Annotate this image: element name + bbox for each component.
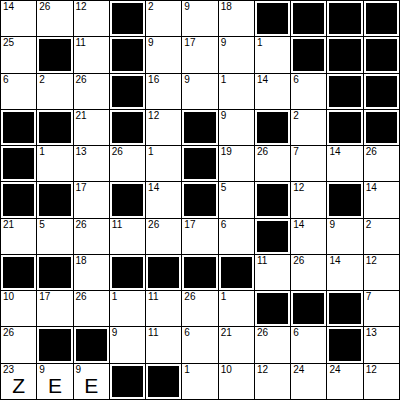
clue-number: 1 <box>221 291 227 303</box>
cell-r3c6[interactable]: 9 <box>182 74 217 109</box>
cell-r6c11[interactable]: 14 <box>364 182 399 217</box>
clue-number: 26 <box>39 1 50 13</box>
cell-r1c3[interactable]: 12 <box>74 1 109 36</box>
cell-r10c6[interactable]: 6 <box>182 327 217 362</box>
blocked-cell <box>112 112 143 143</box>
clue-number: 26 <box>293 255 304 267</box>
cell-r5c9[interactable]: 7 <box>291 146 326 181</box>
cell-r10c10 <box>327 327 362 362</box>
clue-number: 12 <box>366 255 377 267</box>
blocked-cell <box>112 257 143 288</box>
blocked-cell <box>366 39 397 70</box>
cell-r5c8[interactable]: 26 <box>255 146 290 181</box>
cell-r7c10[interactable]: 9 <box>327 219 362 254</box>
blocked-cell <box>76 329 107 360</box>
blocked-cell <box>329 184 360 215</box>
blocked-cell <box>329 293 360 324</box>
cell-r9c4[interactable]: 1 <box>110 291 145 326</box>
cell-r9c10 <box>327 291 362 326</box>
clue-number: 13 <box>366 327 377 339</box>
cell-r3c4 <box>110 74 145 109</box>
cell-r11c9[interactable]: 24 <box>291 364 326 399</box>
clue-number: 9 <box>329 219 335 231</box>
clue-number: 1 <box>184 364 190 376</box>
cell-r3c8[interactable]: 14 <box>255 74 290 109</box>
cell-r11c8[interactable]: 12 <box>255 364 290 399</box>
cell-r10c9[interactable]: 6 <box>291 327 326 362</box>
cell-r6c5[interactable]: 14 <box>146 182 181 217</box>
cell-r10c2 <box>37 327 72 362</box>
solved-letter: E <box>37 375 72 396</box>
blocked-cell <box>221 257 252 288</box>
cell-r5c4[interactable]: 26 <box>110 146 145 181</box>
cell-r4c10 <box>327 110 362 145</box>
cell-r4c4 <box>110 110 145 145</box>
cell-r10c1[interactable]: 26 <box>1 327 36 362</box>
blocked-cell <box>293 39 324 70</box>
clue-number: 1 <box>221 74 227 86</box>
clue-number: 12 <box>257 364 268 376</box>
clue-number: 11 <box>148 291 158 303</box>
blocked-cell <box>3 257 34 288</box>
blocked-cell <box>329 329 360 360</box>
cell-r5c1 <box>1 146 36 181</box>
cell-r7c8 <box>255 219 290 254</box>
blocked-cell <box>257 184 288 215</box>
blocked-cell <box>329 3 360 34</box>
cell-r10c8[interactable]: 26 <box>255 327 290 362</box>
cell-r8c9[interactable]: 26 <box>291 255 326 290</box>
cell-r9c5[interactable]: 11 <box>146 291 181 326</box>
blocked-cell <box>3 112 34 143</box>
clue-number: 14 <box>329 146 340 158</box>
cell-r11c6[interactable]: 1 <box>182 364 217 399</box>
cell-r8c10[interactable]: 14 <box>327 255 362 290</box>
clue-number: 26 <box>76 74 87 86</box>
cell-r3c9[interactable]: 6 <box>291 74 326 109</box>
cell-r4c11 <box>364 110 399 145</box>
blocked-cell <box>257 221 288 252</box>
blocked-cell <box>257 3 288 34</box>
cell-r8c4 <box>110 255 145 290</box>
clue-number: 12 <box>293 182 304 194</box>
cell-r9c6[interactable]: 26 <box>182 291 217 326</box>
clue-number: 14 <box>3 1 14 13</box>
cell-r6c6 <box>182 182 217 217</box>
clue-number: 1 <box>257 37 263 49</box>
cell-r9c7[interactable]: 1 <box>219 291 254 326</box>
cell-r6c9[interactable]: 12 <box>291 182 326 217</box>
clue-number: 21 <box>3 219 14 231</box>
blocked-cell <box>184 148 215 179</box>
cell-r7c3[interactable]: 26 <box>74 219 109 254</box>
cell-r4c8 <box>255 110 290 145</box>
cell-r2c7[interactable]: 9 <box>219 37 254 72</box>
clue-number: 9 <box>221 37 227 49</box>
clue-number: 24 <box>293 364 304 376</box>
clue-number: 9 <box>112 327 118 339</box>
blocked-cell <box>39 39 70 70</box>
blocked-cell <box>112 3 143 34</box>
cell-r4c6 <box>182 110 217 145</box>
clue-number: 14 <box>366 182 377 194</box>
cell-r5c11[interactable]: 26 <box>364 146 399 181</box>
clue-number: 18 <box>76 255 87 267</box>
blocked-cell <box>112 184 143 215</box>
blocked-cell <box>39 112 70 143</box>
cell-r2c2 <box>37 37 72 72</box>
cell-r1c8 <box>255 1 290 36</box>
blocked-cell <box>329 39 360 70</box>
solved-letter: E <box>74 375 109 396</box>
cell-r3c11 <box>364 74 399 109</box>
cell-r1c9 <box>291 1 326 36</box>
cell-r10c5[interactable]: 11 <box>146 327 181 362</box>
blocked-cell <box>257 293 288 324</box>
clue-number: 2 <box>39 74 45 86</box>
clue-number: 12 <box>76 1 87 13</box>
cell-r4c9[interactable]: 2 <box>291 110 326 145</box>
blocked-cell <box>148 366 179 397</box>
cell-r4c2 <box>37 110 72 145</box>
cell-r1c4 <box>110 1 145 36</box>
clue-number: 11 <box>257 255 267 267</box>
clue-number: 21 <box>76 110 87 122</box>
cell-r8c7 <box>219 255 254 290</box>
cell-r1c1[interactable]: 14 <box>1 1 36 36</box>
cell-r11c4 <box>110 364 145 399</box>
cell-r3c7[interactable]: 1 <box>219 74 254 109</box>
cell-r9c9 <box>291 291 326 326</box>
cell-r9c11[interactable]: 7 <box>364 291 399 326</box>
cell-r7c4[interactable]: 11 <box>110 219 145 254</box>
clue-number: 17 <box>39 291 50 303</box>
cell-r6c2 <box>37 182 72 217</box>
cell-r1c7[interactable]: 18 <box>219 1 254 36</box>
clue-number: 10 <box>221 364 232 376</box>
cell-r3c10 <box>327 74 362 109</box>
clue-number: 11 <box>148 327 158 339</box>
clue-number: 25 <box>3 37 14 49</box>
cell-r10c11[interactable]: 13 <box>364 327 399 362</box>
clue-number: 26 <box>366 146 377 158</box>
blocked-cell <box>366 3 397 34</box>
clue-number: 9 <box>148 37 154 49</box>
clue-number: 9 <box>39 364 45 376</box>
cell-r10c4[interactable]: 9 <box>110 327 145 362</box>
cell-r1c2[interactable]: 26 <box>37 1 72 36</box>
cell-r6c10 <box>327 182 362 217</box>
cell-r7c9[interactable]: 14 <box>291 219 326 254</box>
cell-r6c3[interactable]: 17 <box>74 182 109 217</box>
cell-r11c1[interactable]: 23Z <box>1 364 36 399</box>
cell-r6c7[interactable]: 5 <box>219 182 254 217</box>
clue-number: 26 <box>76 291 87 303</box>
cell-r2c5[interactable]: 9 <box>146 37 181 72</box>
clue-number: 2 <box>366 219 372 231</box>
clue-number: 24 <box>329 364 340 376</box>
cell-r1c6[interactable]: 9 <box>182 1 217 36</box>
clue-number: 6 <box>293 327 299 339</box>
cell-r8c1 <box>1 255 36 290</box>
cell-r5c10[interactable]: 14 <box>327 146 362 181</box>
clue-number: 1 <box>39 146 45 158</box>
blocked-cell <box>184 184 215 215</box>
cell-r2c11 <box>364 37 399 72</box>
blocked-cell <box>329 112 360 143</box>
cell-r1c11 <box>364 1 399 36</box>
clue-number: 11 <box>76 37 86 49</box>
cell-r4c1 <box>1 110 36 145</box>
clue-number: 19 <box>221 146 232 158</box>
blocked-cell <box>112 39 143 70</box>
cell-r4c3[interactable]: 21 <box>74 110 109 145</box>
cell-r4c7[interactable]: 9 <box>219 110 254 145</box>
cell-r4c5[interactable]: 12 <box>146 110 181 145</box>
blocked-cell <box>3 184 34 215</box>
clue-number: 21 <box>221 327 232 339</box>
cell-r10c3 <box>74 327 109 362</box>
cell-r5c7[interactable]: 19 <box>219 146 254 181</box>
cell-r8c6 <box>182 255 217 290</box>
clue-number: 17 <box>76 182 87 194</box>
cell-r6c4 <box>110 182 145 217</box>
cell-r1c10 <box>327 1 362 36</box>
cell-r11c3[interactable]: 9E <box>74 364 109 399</box>
blocked-cell <box>293 293 324 324</box>
cell-r3c1[interactable]: 6 <box>1 74 36 109</box>
cell-r1c5[interactable]: 2 <box>146 1 181 36</box>
clue-number: 2 <box>293 110 299 122</box>
clue-number: 9 <box>184 74 190 86</box>
blocked-cell <box>3 148 34 179</box>
blocked-cell <box>39 329 70 360</box>
blocked-cell <box>184 257 215 288</box>
clue-number: 12 <box>366 364 377 376</box>
clue-number: 9 <box>184 1 190 13</box>
cell-r3c2[interactable]: 2 <box>37 74 72 109</box>
clue-number: 17 <box>184 37 195 49</box>
cell-r7c11[interactable]: 2 <box>364 219 399 254</box>
clue-number: 26 <box>112 146 123 158</box>
cell-r5c5[interactable]: 1 <box>146 146 181 181</box>
clue-number: 14 <box>293 219 304 231</box>
blocked-cell <box>257 112 288 143</box>
cell-r11c10[interactable]: 24 <box>327 364 362 399</box>
cell-r8c2 <box>37 255 72 290</box>
cell-r7c1[interactable]: 21 <box>1 219 36 254</box>
clue-number: 6 <box>184 327 190 339</box>
clue-number: 5 <box>39 219 45 231</box>
clue-number: 16 <box>148 74 159 86</box>
cell-r3c5[interactable]: 16 <box>146 74 181 109</box>
cell-r8c11[interactable]: 12 <box>364 255 399 290</box>
clue-number: 1 <box>112 291 118 303</box>
clue-number: 26 <box>184 291 195 303</box>
clue-number: 11 <box>112 219 122 231</box>
cell-r11c5 <box>146 364 181 399</box>
cell-r2c1[interactable]: 25 <box>1 37 36 72</box>
cell-r7c5[interactable]: 26 <box>146 219 181 254</box>
clue-number: 14 <box>148 182 159 194</box>
clue-number: 17 <box>184 219 195 231</box>
cell-r2c8[interactable]: 1 <box>255 37 290 72</box>
blocked-cell <box>112 76 143 107</box>
clue-number: 26 <box>3 327 14 339</box>
cell-r7c2[interactable]: 5 <box>37 219 72 254</box>
clue-number: 1 <box>148 146 154 158</box>
clue-number: 26 <box>76 219 87 231</box>
blocked-cell <box>39 184 70 215</box>
blocked-cell <box>39 257 70 288</box>
clue-number: 5 <box>221 182 227 194</box>
clue-number: 9 <box>221 110 227 122</box>
cell-r2c9 <box>291 37 326 72</box>
cell-r9c3[interactable]: 26 <box>74 291 109 326</box>
cell-r8c8[interactable]: 11 <box>255 255 290 290</box>
cell-r2c3[interactable]: 11 <box>74 37 109 72</box>
cell-r3c3[interactable]: 26 <box>74 74 109 109</box>
cell-r9c2[interactable]: 17 <box>37 291 72 326</box>
cell-r2c6[interactable]: 17 <box>182 37 217 72</box>
cell-r9c8 <box>255 291 290 326</box>
cell-r7c7[interactable]: 6 <box>219 219 254 254</box>
cell-r10c7[interactable]: 21 <box>219 327 254 362</box>
blocked-cell <box>184 112 215 143</box>
clue-number: 14 <box>329 255 340 267</box>
cell-r5c6 <box>182 146 217 181</box>
cell-r11c2[interactable]: 9E <box>37 364 72 399</box>
blocked-cell <box>366 76 397 107</box>
clue-number: 2 <box>148 1 154 13</box>
cell-r2c10 <box>327 37 362 72</box>
cell-r11c7[interactable]: 10 <box>219 364 254 399</box>
cell-r8c3[interactable]: 18 <box>74 255 109 290</box>
blocked-cell <box>148 257 179 288</box>
cell-r6c8 <box>255 182 290 217</box>
clue-number: 12 <box>148 110 159 122</box>
clue-number: 10 <box>3 291 14 303</box>
clue-number: 7 <box>366 291 372 303</box>
codeword-grid: 1426122918251191791622616911462112921132… <box>0 0 400 400</box>
blocked-cell <box>329 76 360 107</box>
clue-number: 13 <box>76 146 87 158</box>
cell-r7c6[interactable]: 17 <box>182 219 217 254</box>
cell-r11c11[interactable]: 12 <box>364 364 399 399</box>
blocked-cell <box>293 3 324 34</box>
clue-number: 7 <box>293 146 299 158</box>
clue-number: 14 <box>257 74 268 86</box>
blocked-cell <box>366 112 397 143</box>
clue-number: 6 <box>221 219 227 231</box>
cell-r9c1[interactable]: 10 <box>1 291 36 326</box>
clue-number: 6 <box>293 74 299 86</box>
cell-r6c1 <box>1 182 36 217</box>
clue-number: 26 <box>257 146 268 158</box>
cell-r2c4 <box>110 37 145 72</box>
clue-number: 6 <box>3 74 9 86</box>
cell-r8c5 <box>146 255 181 290</box>
blocked-cell <box>112 366 143 397</box>
clue-number: 26 <box>148 219 159 231</box>
solved-letter: Z <box>1 375 36 396</box>
cell-r5c3[interactable]: 13 <box>74 146 109 181</box>
clue-number: 26 <box>257 327 268 339</box>
cell-r5c2[interactable]: 1 <box>37 146 72 181</box>
clue-number: 18 <box>221 1 232 13</box>
clue-number: 9 <box>76 364 82 376</box>
